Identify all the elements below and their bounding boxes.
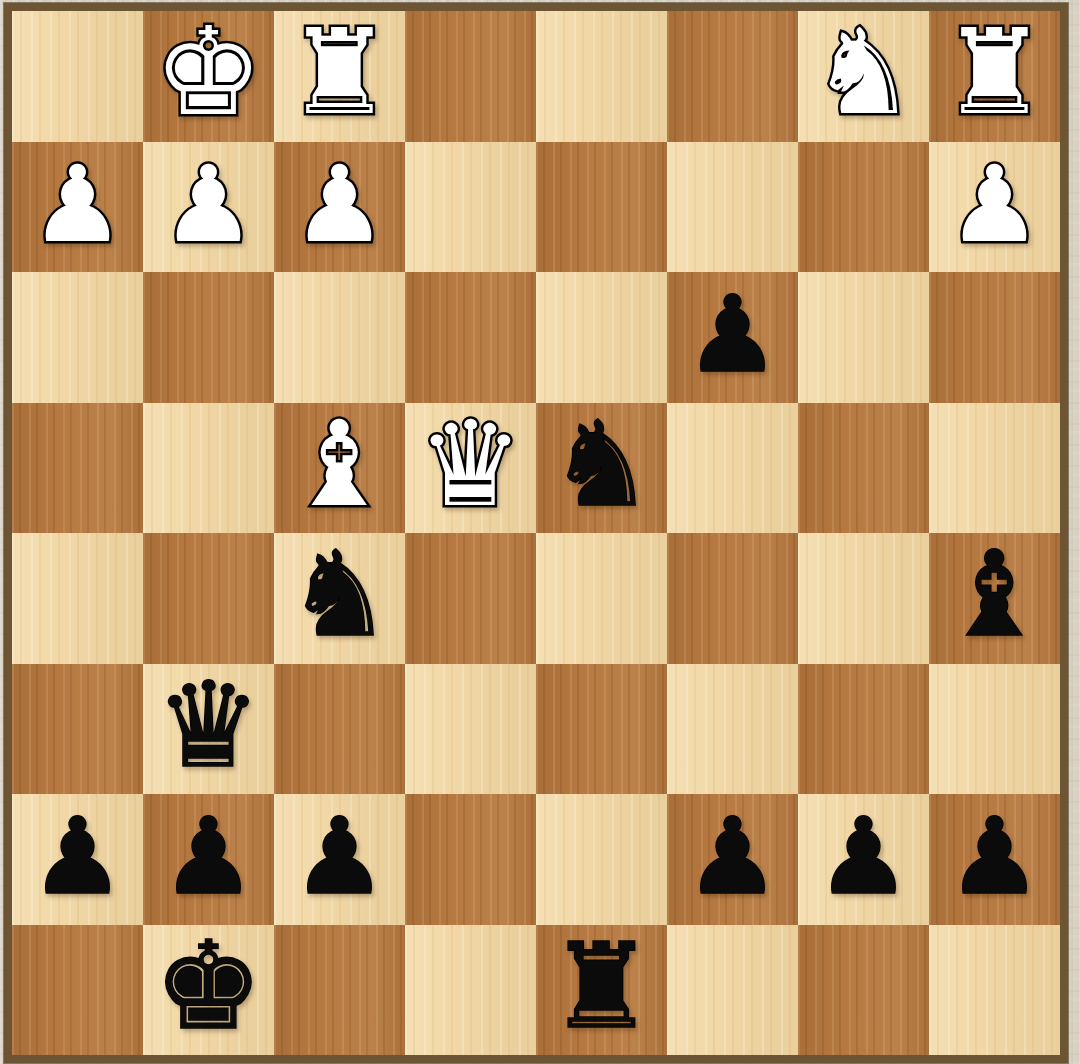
piece-black-pawn[interactable]: ♟ xyxy=(816,804,911,910)
square-c2[interactable] xyxy=(667,142,798,273)
square-f2[interactable]: ♟ xyxy=(274,142,405,273)
square-d5[interactable] xyxy=(536,533,667,664)
square-b8[interactable] xyxy=(798,925,929,1056)
piece-black-pawn[interactable]: ♟ xyxy=(30,804,125,910)
square-g7[interactable]: ♟ xyxy=(143,794,274,925)
square-f3[interactable] xyxy=(274,272,405,403)
piece-white-rook[interactable]: ♜ xyxy=(942,13,1048,131)
square-f1[interactable]: ♜ xyxy=(274,11,405,142)
piece-black-knight[interactable]: ♞ xyxy=(287,535,393,653)
square-e5[interactable] xyxy=(405,533,536,664)
square-h6[interactable] xyxy=(12,664,143,795)
square-g1[interactable]: ♚ xyxy=(143,11,274,142)
piece-black-pawn[interactable]: ♟ xyxy=(685,282,780,388)
square-e3[interactable] xyxy=(405,272,536,403)
square-a6[interactable] xyxy=(929,664,1060,795)
square-c6[interactable] xyxy=(667,664,798,795)
piece-black-king[interactable]: ♚ xyxy=(154,925,263,1047)
square-b5[interactable] xyxy=(798,533,929,664)
square-c5[interactable] xyxy=(667,533,798,664)
square-f7[interactable]: ♟ xyxy=(274,794,405,925)
square-f4[interactable]: ♝ xyxy=(274,403,405,534)
square-d8[interactable]: ♜ xyxy=(536,925,667,1056)
square-c1[interactable] xyxy=(667,11,798,142)
chess-board: ♚♜♞♜♟♟♟♟♟♝♛♞♞♝♛♟♟♟♟♟♟♚♜ xyxy=(4,3,1068,1063)
square-e1[interactable] xyxy=(405,11,536,142)
square-h4[interactable] xyxy=(12,403,143,534)
square-a4[interactable] xyxy=(929,403,1060,534)
piece-white-pawn[interactable]: ♟ xyxy=(292,152,387,258)
square-e2[interactable] xyxy=(405,142,536,273)
square-a5[interactable]: ♝ xyxy=(929,533,1060,664)
piece-white-pawn[interactable]: ♟ xyxy=(161,152,256,258)
square-h7[interactable]: ♟ xyxy=(12,794,143,925)
square-d3[interactable] xyxy=(536,272,667,403)
square-f6[interactable] xyxy=(274,664,405,795)
square-g8[interactable]: ♚ xyxy=(143,925,274,1056)
square-h1[interactable] xyxy=(12,11,143,142)
square-a7[interactable]: ♟ xyxy=(929,794,1060,925)
piece-black-pawn[interactable]: ♟ xyxy=(685,804,780,910)
piece-white-knight[interactable]: ♞ xyxy=(811,13,917,131)
square-e6[interactable] xyxy=(405,664,536,795)
square-e4[interactable]: ♛ xyxy=(405,403,536,534)
square-d7[interactable] xyxy=(536,794,667,925)
square-d4[interactable]: ♞ xyxy=(536,403,667,534)
square-f5[interactable]: ♞ xyxy=(274,533,405,664)
square-c3[interactable]: ♟ xyxy=(667,272,798,403)
square-b6[interactable] xyxy=(798,664,929,795)
square-h3[interactable] xyxy=(12,272,143,403)
square-b4[interactable] xyxy=(798,403,929,534)
square-a1[interactable]: ♜ xyxy=(929,11,1060,142)
piece-white-bishop[interactable]: ♝ xyxy=(287,405,393,523)
square-g5[interactable] xyxy=(143,533,274,664)
square-c7[interactable]: ♟ xyxy=(667,794,798,925)
square-f8[interactable] xyxy=(274,925,405,1056)
piece-white-pawn[interactable]: ♟ xyxy=(30,152,125,258)
piece-black-pawn[interactable]: ♟ xyxy=(947,804,1042,910)
square-a3[interactable] xyxy=(929,272,1060,403)
square-e8[interactable] xyxy=(405,925,536,1056)
square-a8[interactable] xyxy=(929,925,1060,1056)
page-background: ♚♜♞♜♟♟♟♟♟♝♛♞♞♝♛♟♟♟♟♟♟♚♜ xyxy=(0,0,1080,1064)
square-b1[interactable]: ♞ xyxy=(798,11,929,142)
square-g2[interactable]: ♟ xyxy=(143,142,274,273)
square-b3[interactable] xyxy=(798,272,929,403)
square-h8[interactable] xyxy=(12,925,143,1056)
piece-black-rook[interactable]: ♜ xyxy=(549,927,655,1045)
piece-black-bishop[interactable]: ♝ xyxy=(942,535,1048,653)
piece-white-queen[interactable]: ♛ xyxy=(418,405,524,523)
piece-white-king[interactable]: ♚ xyxy=(154,11,263,133)
square-h2[interactable]: ♟ xyxy=(12,142,143,273)
square-g4[interactable] xyxy=(143,403,274,534)
square-d2[interactable] xyxy=(536,142,667,273)
piece-white-pawn[interactable]: ♟ xyxy=(947,152,1042,258)
square-a2[interactable]: ♟ xyxy=(929,142,1060,273)
square-g3[interactable] xyxy=(143,272,274,403)
square-h5[interactable] xyxy=(12,533,143,664)
square-d6[interactable] xyxy=(536,664,667,795)
square-d1[interactable] xyxy=(536,11,667,142)
square-b7[interactable]: ♟ xyxy=(798,794,929,925)
square-b2[interactable] xyxy=(798,142,929,273)
square-g6[interactable]: ♛ xyxy=(143,664,274,795)
piece-black-knight[interactable]: ♞ xyxy=(549,405,655,523)
square-c4[interactable] xyxy=(667,403,798,534)
square-e7[interactable] xyxy=(405,794,536,925)
piece-black-queen[interactable]: ♛ xyxy=(156,666,262,784)
piece-black-pawn[interactable]: ♟ xyxy=(292,804,387,910)
square-c8[interactable] xyxy=(667,925,798,1056)
piece-black-pawn[interactable]: ♟ xyxy=(161,804,256,910)
piece-white-rook[interactable]: ♜ xyxy=(287,13,393,131)
